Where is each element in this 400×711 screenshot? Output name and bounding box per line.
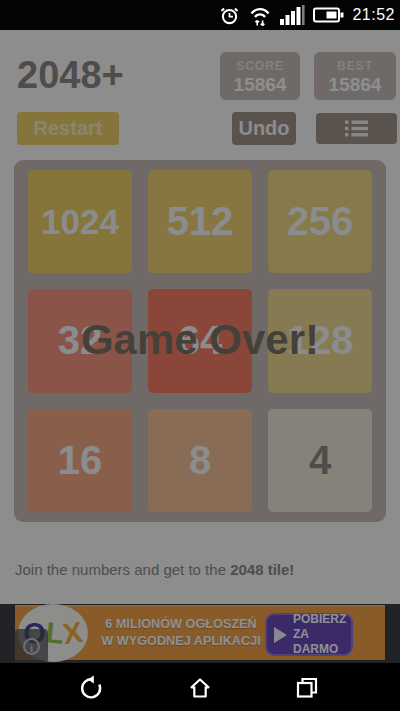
status-clock: 21:52 [352,6,395,24]
phone-screen: 21:52 2048+ SCORE 15864 BEST 15864 Resta… [0,0,400,711]
status-bar: 21:52 [0,0,400,30]
home-icon[interactable] [187,675,213,701]
battery-icon [313,7,344,23]
back-icon[interactable] [77,675,103,701]
game-app: 2048+ SCORE 15864 BEST 15864 Restart Und… [0,30,400,663]
signal-strength-icon [280,5,305,25]
game-over-message: Game Over! [0,316,400,364]
wifi-updown-icon [248,4,272,27]
alarm-icon [219,5,240,26]
recents-icon[interactable] [294,675,320,701]
navigation-bar [0,663,400,711]
